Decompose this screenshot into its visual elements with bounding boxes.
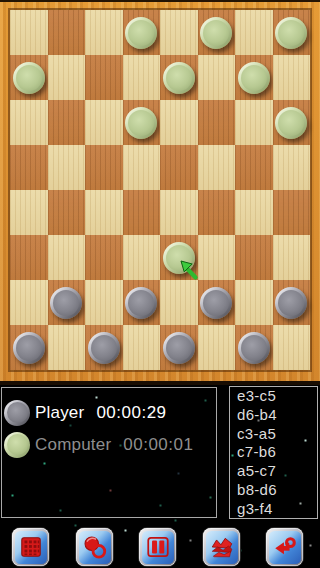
piece-face <box>16 335 42 361</box>
move-entry: d6-b4 <box>237 406 317 425</box>
computer-clock: 00:00:01 <box>123 435 193 455</box>
square-h4[interactable] <box>273 190 311 235</box>
board-grid[interactable] <box>10 10 310 370</box>
move-entry: c7-b6 <box>237 443 317 462</box>
square-a8[interactable] <box>10 10 48 55</box>
square-h7[interactable] <box>273 55 311 100</box>
square-a7[interactable] <box>10 55 48 100</box>
square-f5[interactable] <box>198 145 236 190</box>
piece-face <box>128 110 154 136</box>
green-piece-f8[interactable] <box>200 17 232 49</box>
square-b8[interactable] <box>48 10 86 55</box>
move-entry: e3-c5 <box>237 387 317 406</box>
player-row: Player 00:00:29 <box>4 397 216 428</box>
square-c7[interactable] <box>85 55 123 100</box>
square-f4[interactable] <box>198 190 236 235</box>
square-f3[interactable] <box>198 235 236 280</box>
square-e8[interactable] <box>160 10 198 55</box>
square-d8[interactable] <box>123 10 161 55</box>
square-b7[interactable] <box>48 55 86 100</box>
square-b2[interactable] <box>48 280 86 325</box>
square-g8[interactable] <box>235 10 273 55</box>
square-c3[interactable] <box>85 235 123 280</box>
board-grid-icon <box>15 531 47 564</box>
square-g4[interactable] <box>235 190 273 235</box>
undo-button[interactable] <box>266 528 303 566</box>
starfield <box>0 385 1 386</box>
square-h5[interactable] <box>273 145 311 190</box>
square-c6[interactable] <box>85 100 123 145</box>
green-piece-h6[interactable] <box>275 107 307 139</box>
square-a2[interactable] <box>10 280 48 325</box>
piece-face <box>166 65 192 91</box>
square-d3[interactable] <box>123 235 161 280</box>
moves-button[interactable] <box>203 528 240 566</box>
piece-face <box>203 290 229 316</box>
square-b1[interactable] <box>48 325 86 370</box>
square-g2[interactable] <box>235 280 273 325</box>
square-e5[interactable] <box>160 145 198 190</box>
pieces-button[interactable] <box>76 528 113 566</box>
computer-row: Computer 00:00:01 <box>4 429 216 460</box>
square-d2[interactable] <box>123 280 161 325</box>
square-b6[interactable] <box>48 100 86 145</box>
piece-face <box>278 290 304 316</box>
square-h1[interactable] <box>273 325 311 370</box>
square-c8[interactable] <box>85 10 123 55</box>
square-h3[interactable] <box>273 235 311 280</box>
piece-face <box>16 65 42 91</box>
square-d4[interactable] <box>123 190 161 235</box>
gray-piece-a1[interactable] <box>13 332 45 364</box>
green-piece-e7[interactable] <box>163 62 195 94</box>
square-c2[interactable] <box>85 280 123 325</box>
square-e6[interactable] <box>160 100 198 145</box>
move-entry: c3-a5 <box>237 425 317 444</box>
square-f1[interactable] <box>198 325 236 370</box>
green-piece-e3[interactable] <box>163 242 195 274</box>
square-a1[interactable] <box>10 325 48 370</box>
undo-arrow-icon <box>269 531 301 564</box>
square-f7[interactable] <box>198 55 236 100</box>
square-d6[interactable] <box>123 100 161 145</box>
piece-face <box>203 20 229 46</box>
player-piece-icon <box>4 400 30 426</box>
green-piece-g7[interactable] <box>238 62 270 94</box>
square-f8[interactable] <box>198 10 236 55</box>
green-piece-a7[interactable] <box>13 62 45 94</box>
square-g5[interactable] <box>235 145 273 190</box>
gray-piece-f2[interactable] <box>200 287 232 319</box>
square-h2[interactable] <box>273 280 311 325</box>
square-b3[interactable] <box>48 235 86 280</box>
square-h8[interactable] <box>273 10 311 55</box>
piece-face <box>53 290 79 316</box>
square-d5[interactable] <box>123 145 161 190</box>
clock-panel: Player 00:00:29 Computer 00:00:01 <box>1 387 217 518</box>
piece-face <box>91 335 117 361</box>
square-c4[interactable] <box>85 190 123 235</box>
square-g1[interactable] <box>235 325 273 370</box>
computer-piece-icon <box>4 432 30 458</box>
square-d7[interactable] <box>123 55 161 100</box>
square-e7[interactable] <box>160 55 198 100</box>
gray-piece-b2[interactable] <box>50 287 82 319</box>
gray-piece-e1[interactable] <box>163 332 195 364</box>
square-d1[interactable] <box>123 325 161 370</box>
gray-piece-c1[interactable] <box>88 332 120 364</box>
green-piece-d6[interactable] <box>125 107 157 139</box>
square-f6[interactable] <box>198 100 236 145</box>
moves-list[interactable]: e3-c5d6-b4c3-a5c7-b6a5-c7b8-d6g3-f4 <box>229 386 318 519</box>
square-g3[interactable] <box>235 235 273 280</box>
gray-piece-h2[interactable] <box>275 287 307 319</box>
piece-face <box>278 20 304 46</box>
square-b5[interactable] <box>48 145 86 190</box>
piece-face <box>128 290 154 316</box>
square-c1[interactable] <box>85 325 123 370</box>
square-c5[interactable] <box>85 145 123 190</box>
piece-face <box>128 20 154 46</box>
checkers-pieces-icon <box>79 531 111 564</box>
piece-face <box>241 65 267 91</box>
crumpled-sheet-icon <box>206 531 238 564</box>
player-label: Player <box>35 403 84 423</box>
move-entry: b8-d6 <box>237 481 317 500</box>
piece-face <box>166 335 192 361</box>
square-a5[interactable] <box>10 145 48 190</box>
piece-face <box>278 110 304 136</box>
gray-piece-g1[interactable] <box>238 332 270 364</box>
square-g6[interactable] <box>235 100 273 145</box>
move-entry: a5-c7 <box>237 462 317 481</box>
move-entry: g3-f4 <box>237 500 317 519</box>
computer-label: Computer <box>35 435 111 455</box>
new-game-button[interactable] <box>12 528 49 566</box>
square-b4[interactable] <box>48 190 86 235</box>
square-f2[interactable] <box>198 280 236 325</box>
square-h6[interactable] <box>273 100 311 145</box>
green-piece-h8[interactable] <box>275 17 307 49</box>
player-clock: 00:00:29 <box>96 403 166 423</box>
square-e3[interactable] <box>160 235 198 280</box>
square-e2[interactable] <box>160 280 198 325</box>
square-e4[interactable] <box>160 190 198 235</box>
square-a6[interactable] <box>10 100 48 145</box>
gray-piece-d2[interactable] <box>125 287 157 319</box>
square-a4[interactable] <box>10 190 48 235</box>
square-g7[interactable] <box>235 55 273 100</box>
checkers-board-frame <box>0 0 320 385</box>
square-a3[interactable] <box>10 235 48 280</box>
pause-button[interactable] <box>139 528 176 566</box>
piece-face <box>241 335 267 361</box>
square-e1[interactable] <box>160 325 198 370</box>
green-piece-d8[interactable] <box>125 17 157 49</box>
pause-icon <box>142 531 174 564</box>
